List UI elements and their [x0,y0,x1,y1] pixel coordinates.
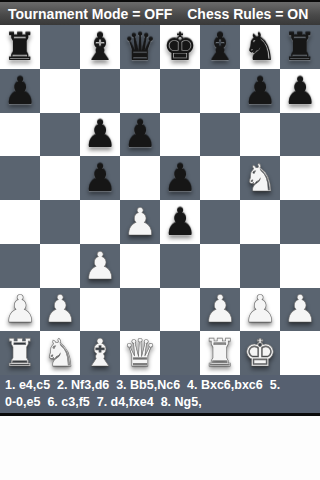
white-pawn-a2: ♟ [3,290,37,328]
white-pawn-b2: ♟ [43,290,77,328]
square-f8[interactable]: ♝ [200,25,240,69]
white-rook-f1: ♜ [203,334,237,372]
square-g3[interactable] [240,244,280,288]
square-d7[interactable] [120,69,160,113]
square-f4[interactable] [200,200,240,244]
square-e3[interactable] [160,244,200,288]
white-pawn-g2: ♟ [243,290,277,328]
square-a5[interactable] [0,156,40,200]
square-a3[interactable] [0,244,40,288]
square-d4[interactable]: ♟ [120,200,160,244]
app-window: Tournament Mode = OFF Chess Rules = ON ♜… [0,0,320,480]
chess-rules-status: Chess Rules = ON [187,6,308,22]
square-f5[interactable] [200,156,240,200]
black-bishop-f8: ♝ [203,28,237,66]
black-pawn-h7: ♟ [283,72,317,110]
square-d3[interactable] [120,244,160,288]
square-b2[interactable]: ♟ [40,288,80,332]
black-knight-g8: ♞ [243,28,277,66]
white-bishop-c1: ♝ [83,334,117,372]
square-b5[interactable] [40,156,80,200]
square-d1[interactable]: ♛ [120,331,160,375]
square-e2[interactable] [160,288,200,332]
square-b4[interactable] [40,200,80,244]
black-queen-d8: ♛ [123,28,157,66]
square-g1[interactable]: ♚ [240,331,280,375]
square-h3[interactable] [280,244,320,288]
square-f2[interactable]: ♟ [200,288,240,332]
black-rook-a8: ♜ [3,28,37,66]
square-g8[interactable]: ♞ [240,25,280,69]
black-pawn-e4: ♟ [163,203,197,241]
square-c3[interactable]: ♟ [80,244,120,288]
black-pawn-g7: ♟ [243,72,277,110]
square-f7[interactable] [200,69,240,113]
square-a6[interactable] [0,113,40,157]
black-pawn-d6: ♟ [123,115,157,153]
square-d5[interactable] [120,156,160,200]
square-h8[interactable]: ♜ [280,25,320,69]
white-pawn-d4: ♟ [123,203,157,241]
square-d2[interactable] [120,288,160,332]
square-g4[interactable] [240,200,280,244]
black-pawn-a7: ♟ [3,72,37,110]
bottom-panel [0,416,320,480]
title-bar: Tournament Mode = OFF Chess Rules = ON [0,0,320,25]
square-e5[interactable]: ♟ [160,156,200,200]
square-e1[interactable] [160,331,200,375]
square-g5[interactable]: ♞ [240,156,280,200]
square-e8[interactable]: ♚ [160,25,200,69]
black-pawn-c6: ♟ [83,115,117,153]
square-a1[interactable]: ♜ [0,331,40,375]
square-d8[interactable]: ♛ [120,25,160,69]
square-e4[interactable]: ♟ [160,200,200,244]
square-e7[interactable] [160,69,200,113]
square-b3[interactable] [40,244,80,288]
black-pawn-e5: ♟ [163,159,197,197]
square-h4[interactable] [280,200,320,244]
move-list-line-2: 0-0,e5 6. c3,f5 7. d4,fxe4 8. Ng5, [5,394,320,411]
black-rook-h8: ♜ [283,28,317,66]
square-e6[interactable] [160,113,200,157]
square-b6[interactable] [40,113,80,157]
square-a4[interactable] [0,200,40,244]
move-list-line-1: 1. e4,c5 2. Nf3,d6 3. Bb5,Nc6 4. Bxc6,bx… [5,377,320,394]
square-c5[interactable]: ♟ [80,156,120,200]
square-c8[interactable]: ♝ [80,25,120,69]
black-bishop-c8: ♝ [83,28,117,66]
square-b7[interactable] [40,69,80,113]
white-queen-d1: ♛ [123,334,157,372]
square-g6[interactable] [240,113,280,157]
square-h7[interactable]: ♟ [280,69,320,113]
square-a7[interactable]: ♟ [0,69,40,113]
black-king-e8: ♚ [163,28,197,66]
white-pawn-c3: ♟ [83,247,117,285]
white-rook-a1: ♜ [3,334,37,372]
tournament-mode-status: Tournament Mode = OFF [8,6,172,22]
chess-board[interactable]: ♜♝♛♚♝♞♜♟♟♟♟♟♟♟♞♟♟♟♟♟♟♟♟♜♞♝♛♜♚ [0,25,320,375]
square-f3[interactable] [200,244,240,288]
square-a2[interactable]: ♟ [0,288,40,332]
square-a8[interactable]: ♜ [0,25,40,69]
black-pawn-c5: ♟ [83,159,117,197]
square-h5[interactable] [280,156,320,200]
square-c1[interactable]: ♝ [80,331,120,375]
move-list: 1. e4,c5 2. Nf3,d6 3. Bb5,Nc6 4. Bxc6,bx… [0,375,320,413]
square-h2[interactable]: ♟ [280,288,320,332]
white-pawn-f2: ♟ [203,290,237,328]
white-knight-b1: ♞ [43,334,77,372]
white-pawn-h2: ♟ [283,290,317,328]
square-g2[interactable]: ♟ [240,288,280,332]
square-b8[interactable] [40,25,80,69]
square-h6[interactable] [280,113,320,157]
square-b1[interactable]: ♞ [40,331,80,375]
white-knight-g5: ♞ [243,159,277,197]
square-d6[interactable]: ♟ [120,113,160,157]
square-c7[interactable] [80,69,120,113]
square-f6[interactable] [200,113,240,157]
square-h1[interactable] [280,331,320,375]
square-c4[interactable] [80,200,120,244]
square-c2[interactable] [80,288,120,332]
square-f1[interactable]: ♜ [200,331,240,375]
square-c6[interactable]: ♟ [80,113,120,157]
square-g7[interactable]: ♟ [240,69,280,113]
white-king-g1: ♚ [243,334,277,372]
